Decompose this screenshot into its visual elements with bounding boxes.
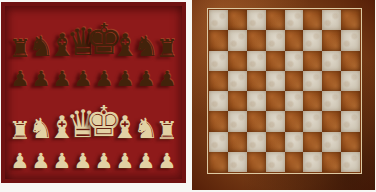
board-square-b2 (228, 132, 247, 152)
board-square-e7 (285, 30, 304, 50)
board-square-a7 (209, 30, 228, 50)
board-square-e1 (285, 152, 304, 172)
board-square-a1 (209, 152, 228, 172)
board-square-g3 (322, 111, 341, 131)
board-square-d5 (266, 71, 285, 91)
board-square-d2 (266, 132, 285, 152)
chess-piece-light-pawn: ♟ (73, 151, 93, 172)
board-square-c6 (247, 51, 266, 71)
chess-piece-light-pawn: ♟ (52, 151, 72, 172)
board-square-h5 (341, 71, 360, 91)
chess-piece-light-pawn: ♟ (115, 151, 135, 172)
chess-piece-light-rook: ♜ (157, 118, 177, 143)
board-square-g8 (322, 10, 341, 30)
board-square-a5 (209, 71, 228, 91)
board-square-f5 (303, 71, 322, 91)
board-square-h7 (341, 30, 360, 50)
board-square-c1 (247, 152, 266, 172)
board-square-c2 (247, 132, 266, 152)
board-square-h2 (341, 132, 360, 152)
board-square-a6 (209, 51, 228, 71)
board-square-c7 (247, 30, 266, 50)
board-square-h6 (341, 51, 360, 71)
board-square-a4 (209, 91, 228, 111)
board-square-b3 (228, 111, 247, 131)
chessboard (192, 0, 375, 190)
chess-piece-light-bishop: ♝ (115, 112, 135, 143)
board-square-b4 (228, 91, 247, 111)
chess-piece-dark-pawn: ♟ (73, 69, 93, 90)
tray-row-light-pawns: ♟♟♟♟♟♟♟♟ (8, 148, 179, 172)
chess-piece-light-pawn: ♟ (94, 151, 114, 172)
chess-piece-dark-pawn: ♟ (94, 69, 114, 90)
chess-piece-light-pawn: ♟ (31, 151, 51, 172)
board-square-g5 (322, 71, 341, 91)
board-square-h8 (341, 10, 360, 30)
chess-piece-dark-knight: ♞ (136, 33, 156, 61)
chess-piece-dark-rook: ♜ (10, 36, 30, 61)
board-square-d8 (266, 10, 285, 30)
tray-row-dark-pawns: ♟♟♟♟♟♟♟♟ (8, 66, 179, 90)
board-square-f7 (303, 30, 322, 50)
chess-piece-dark-pawn: ♟ (10, 69, 30, 90)
chess-piece-light-pawn: ♟ (136, 151, 156, 172)
board-square-g2 (322, 132, 341, 152)
chess-piece-light-pawn: ♟ (157, 151, 177, 172)
board-square-b6 (228, 51, 247, 71)
board-square-b1 (228, 152, 247, 172)
board-square-a8 (209, 10, 228, 30)
board-square-f1 (303, 152, 322, 172)
board-square-g4 (322, 91, 341, 111)
chess-piece-dark-bishop: ♝ (115, 30, 135, 61)
chess-piece-light-knight: ♞ (136, 115, 156, 143)
board-square-c3 (247, 111, 266, 131)
chess-piece-dark-rook: ♜ (157, 36, 177, 61)
chess-piece-dark-pawn: ♟ (157, 69, 177, 90)
board-square-d3 (266, 111, 285, 131)
board-square-g6 (322, 51, 341, 71)
chess-piece-light-pawn: ♟ (10, 151, 30, 172)
board-square-b7 (228, 30, 247, 50)
board-square-e2 (285, 132, 304, 152)
board-square-d1 (266, 152, 285, 172)
chess-piece-light-rook: ♜ (10, 118, 30, 143)
board-square-h1 (341, 152, 360, 172)
board-square-d6 (266, 51, 285, 71)
board-square-c8 (247, 10, 266, 30)
board-square-f8 (303, 10, 322, 30)
chess-piece-dark-pawn: ♟ (115, 69, 135, 90)
tray-row-dark-back: ♜♞♝♛♚♝♞♜ (8, 13, 179, 61)
board-square-f4 (303, 91, 322, 111)
tray-row-light-back: ♜♞♝♛♚♝♞♜ (8, 95, 179, 143)
board-square-e8 (285, 10, 304, 30)
board-square-h3 (341, 111, 360, 131)
board-square-d7 (266, 30, 285, 50)
board-square-e3 (285, 111, 304, 131)
board-square-c5 (247, 71, 266, 91)
chessboard-grid (209, 10, 360, 172)
board-square-c4 (247, 91, 266, 111)
board-square-a2 (209, 132, 228, 152)
board-square-f2 (303, 132, 322, 152)
chess-piece-dark-pawn: ♟ (136, 69, 156, 90)
board-square-b8 (228, 10, 247, 30)
board-square-a3 (209, 111, 228, 131)
board-square-h4 (341, 91, 360, 111)
chess-piece-dark-pawn: ♟ (52, 69, 72, 90)
piece-storage-tray: ♜♞♝♛♚♝♞♜♟♟♟♟♟♟♟♟♜♞♝♛♚♝♞♜♟♟♟♟♟♟♟♟ (1, 2, 186, 183)
board-square-f3 (303, 111, 322, 131)
board-square-g7 (322, 30, 341, 50)
board-square-e4 (285, 91, 304, 111)
board-square-e6 (285, 51, 304, 71)
board-square-b5 (228, 71, 247, 91)
board-square-e5 (285, 71, 304, 91)
board-square-f6 (303, 51, 322, 71)
board-square-d4 (266, 91, 285, 111)
chess-piece-dark-pawn: ♟ (31, 69, 51, 90)
chess-set-photo: ♜♞♝♛♚♝♞♜♟♟♟♟♟♟♟♟♜♞♝♛♚♝♞♜♟♟♟♟♟♟♟♟ (0, 0, 376, 192)
chessboard-inlay-border (207, 8, 362, 174)
board-square-g1 (322, 152, 341, 172)
